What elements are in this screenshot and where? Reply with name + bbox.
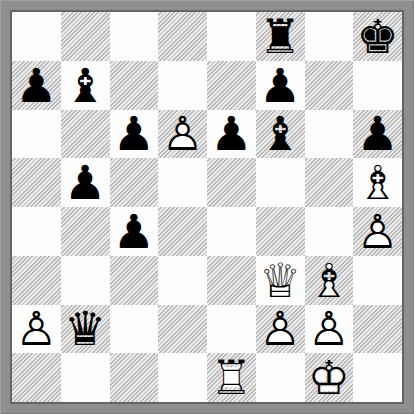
square-h8[interactable]: ♚ xyxy=(353,12,402,61)
square-a7[interactable]: ♟ xyxy=(12,61,61,110)
black-pawn-piece: ♟ xyxy=(259,62,301,109)
square-f1[interactable] xyxy=(256,353,305,402)
square-h1[interactable] xyxy=(353,353,402,402)
square-c5[interactable] xyxy=(110,158,159,207)
white-bishop-piece: ♝♗ xyxy=(308,257,350,304)
square-e2[interactable] xyxy=(207,305,256,354)
square-a4[interactable] xyxy=(12,207,61,256)
square-d8[interactable] xyxy=(158,12,207,61)
square-h5[interactable]: ♝♗ xyxy=(353,158,402,207)
black-queen-piece: ♛ xyxy=(64,305,106,352)
black-pawn-piece: ♟ xyxy=(210,110,252,157)
square-f6[interactable]: ♝ xyxy=(256,110,305,159)
white-pawn-piece: ♟♙ xyxy=(308,305,350,352)
square-h7[interactable] xyxy=(353,61,402,110)
square-e4[interactable] xyxy=(207,207,256,256)
square-f8[interactable]: ♜ xyxy=(256,12,305,61)
square-d4[interactable] xyxy=(158,207,207,256)
black-king-piece: ♚ xyxy=(357,13,399,60)
square-g1[interactable]: ♚♔ xyxy=(305,353,354,402)
square-b3[interactable] xyxy=(61,256,110,305)
black-rook-piece: ♜ xyxy=(259,13,301,60)
square-g4[interactable] xyxy=(305,207,354,256)
square-d3[interactable] xyxy=(158,256,207,305)
square-e7[interactable] xyxy=(207,61,256,110)
board-frame: ♜♚♟♝♟♟♟♙♟♝♟♟♝♗♟♟♙♛♕♝♗♟♙♛♟♙♟♙♜♖♚♔ xyxy=(0,0,414,414)
square-a3[interactable] xyxy=(12,256,61,305)
square-b2[interactable]: ♛ xyxy=(61,305,110,354)
square-g2[interactable]: ♟♙ xyxy=(305,305,354,354)
square-g7[interactable] xyxy=(305,61,354,110)
square-f4[interactable] xyxy=(256,207,305,256)
square-a1[interactable] xyxy=(12,353,61,402)
square-b8[interactable] xyxy=(61,12,110,61)
chess-board: ♜♚♟♝♟♟♟♙♟♝♟♟♝♗♟♟♙♛♕♝♗♟♙♛♟♙♟♙♜♖♚♔ xyxy=(10,10,404,404)
square-d7[interactable] xyxy=(158,61,207,110)
black-pawn-piece: ♟ xyxy=(357,110,399,157)
square-h3[interactable] xyxy=(353,256,402,305)
white-queen-piece: ♛♕ xyxy=(259,257,301,304)
white-pawn-piece: ♟♙ xyxy=(357,208,399,255)
square-g3[interactable]: ♝♗ xyxy=(305,256,354,305)
square-f7[interactable]: ♟ xyxy=(256,61,305,110)
square-f3[interactable]: ♛♕ xyxy=(256,256,305,305)
square-c4[interactable]: ♟ xyxy=(110,207,159,256)
square-a2[interactable]: ♟♙ xyxy=(12,305,61,354)
black-pawn-piece: ♟ xyxy=(113,110,155,157)
square-e1[interactable]: ♜♖ xyxy=(207,353,256,402)
black-pawn-piece: ♟ xyxy=(64,159,106,206)
square-a6[interactable] xyxy=(12,110,61,159)
white-pawn-piece: ♟♙ xyxy=(259,305,301,352)
square-a8[interactable] xyxy=(12,12,61,61)
black-bishop-piece: ♝ xyxy=(64,62,106,109)
square-g5[interactable] xyxy=(305,158,354,207)
square-f2[interactable]: ♟♙ xyxy=(256,305,305,354)
square-b7[interactable]: ♝ xyxy=(61,61,110,110)
square-c1[interactable] xyxy=(110,353,159,402)
white-bishop-piece: ♝♗ xyxy=(357,159,399,206)
square-h6[interactable]: ♟ xyxy=(353,110,402,159)
white-pawn-piece: ♟♙ xyxy=(15,305,57,352)
square-c7[interactable] xyxy=(110,61,159,110)
black-pawn-piece: ♟ xyxy=(15,62,57,109)
square-e3[interactable] xyxy=(207,256,256,305)
square-a5[interactable] xyxy=(12,158,61,207)
square-c6[interactable]: ♟ xyxy=(110,110,159,159)
square-g6[interactable] xyxy=(305,110,354,159)
square-c3[interactable] xyxy=(110,256,159,305)
square-f5[interactable] xyxy=(256,158,305,207)
black-pawn-piece: ♟ xyxy=(113,208,155,255)
white-king-piece: ♚♔ xyxy=(308,354,350,401)
square-b6[interactable] xyxy=(61,110,110,159)
square-d2[interactable] xyxy=(158,305,207,354)
square-c2[interactable] xyxy=(110,305,159,354)
square-c8[interactable] xyxy=(110,12,159,61)
black-bishop-piece: ♝ xyxy=(259,110,301,157)
square-b1[interactable] xyxy=(61,353,110,402)
white-pawn-piece: ♟♙ xyxy=(162,110,204,157)
square-d5[interactable] xyxy=(158,158,207,207)
square-b5[interactable]: ♟ xyxy=(61,158,110,207)
square-e6[interactable]: ♟ xyxy=(207,110,256,159)
square-h2[interactable] xyxy=(353,305,402,354)
square-h4[interactable]: ♟♙ xyxy=(353,207,402,256)
white-rook-piece: ♜♖ xyxy=(210,354,252,401)
square-b4[interactable] xyxy=(61,207,110,256)
square-d6[interactable]: ♟♙ xyxy=(158,110,207,159)
square-e5[interactable] xyxy=(207,158,256,207)
square-g8[interactable] xyxy=(305,12,354,61)
square-e8[interactable] xyxy=(207,12,256,61)
square-d1[interactable] xyxy=(158,353,207,402)
